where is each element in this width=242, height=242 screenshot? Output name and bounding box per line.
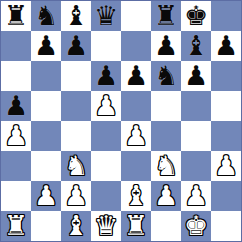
black-pawn[interactable]: ♟ xyxy=(154,31,178,61)
black-pawn[interactable]: ♟ xyxy=(64,31,88,61)
white-pawn[interactable]: ♟ xyxy=(4,121,28,151)
square-c4[interactable] xyxy=(61,121,91,151)
square-f8[interactable]: ♜ xyxy=(151,1,181,31)
square-d7[interactable] xyxy=(91,31,121,61)
white-knight[interactable]: ♞ xyxy=(64,151,88,181)
square-c7[interactable]: ♟ xyxy=(61,31,91,61)
white-rook[interactable]: ♜ xyxy=(4,211,28,241)
square-d6[interactable]: ♟ xyxy=(91,61,121,91)
square-f2[interactable]: ♟ xyxy=(151,181,181,211)
square-b4[interactable] xyxy=(31,121,61,151)
square-e2[interactable]: ♝ xyxy=(121,181,151,211)
square-e3[interactable] xyxy=(121,151,151,181)
square-f1[interactable] xyxy=(151,211,181,241)
square-h6[interactable] xyxy=(211,61,241,91)
square-b2[interactable]: ♟ xyxy=(31,181,61,211)
square-a6[interactable] xyxy=(1,61,31,91)
black-knight[interactable]: ♞ xyxy=(154,61,178,91)
square-h8[interactable] xyxy=(211,1,241,31)
square-h1[interactable] xyxy=(211,211,241,241)
black-bishop[interactable]: ♝ xyxy=(64,1,88,31)
square-a4[interactable]: ♟ xyxy=(1,121,31,151)
black-queen[interactable]: ♛ xyxy=(94,1,118,31)
square-b6[interactable] xyxy=(31,61,61,91)
black-rook[interactable]: ♜ xyxy=(154,1,178,31)
square-d5[interactable]: ♟ xyxy=(91,91,121,121)
square-e4[interactable]: ♟ xyxy=(121,121,151,151)
square-d8[interactable]: ♛ xyxy=(91,1,121,31)
square-g6[interactable]: ♟ xyxy=(181,61,211,91)
square-f4[interactable] xyxy=(151,121,181,151)
square-g1[interactable]: ♚ xyxy=(181,211,211,241)
square-c5[interactable] xyxy=(61,91,91,121)
square-h7[interactable]: ♟ xyxy=(211,31,241,61)
square-e1[interactable]: ♜ xyxy=(121,211,151,241)
black-king[interactable]: ♚ xyxy=(184,1,208,31)
black-pawn[interactable]: ♟ xyxy=(124,61,148,91)
square-d3[interactable] xyxy=(91,151,121,181)
black-bishop[interactable]: ♝ xyxy=(184,31,208,61)
square-d1[interactable]: ♛ xyxy=(91,211,121,241)
square-c1[interactable]: ♝ xyxy=(61,211,91,241)
black-pawn[interactable]: ♟ xyxy=(34,31,58,61)
square-g8[interactable]: ♚ xyxy=(181,1,211,31)
white-bishop[interactable]: ♝ xyxy=(124,181,148,211)
square-e7[interactable] xyxy=(121,31,151,61)
square-e6[interactable]: ♟ xyxy=(121,61,151,91)
square-a1[interactable]: ♜ xyxy=(1,211,31,241)
black-rook[interactable]: ♜ xyxy=(4,1,28,31)
square-f3[interactable]: ♞ xyxy=(151,151,181,181)
square-c6[interactable] xyxy=(61,61,91,91)
white-pawn[interactable]: ♟ xyxy=(34,181,58,211)
square-b1[interactable] xyxy=(31,211,61,241)
square-c2[interactable]: ♟ xyxy=(61,181,91,211)
white-knight[interactable]: ♞ xyxy=(154,151,178,181)
square-d4[interactable] xyxy=(91,121,121,151)
square-g5[interactable] xyxy=(181,91,211,121)
square-e5[interactable] xyxy=(121,91,151,121)
square-e8[interactable] xyxy=(121,1,151,31)
square-h5[interactable] xyxy=(211,91,241,121)
chess-board: ♜♞♝♛♜♚♟♟♟♝♟♟♟♞♟♟♟♟♟♞♞♟♟♟♝♟♟♜♝♛♜♚ xyxy=(0,0,242,242)
black-pawn[interactable]: ♟ xyxy=(214,31,238,61)
square-b5[interactable] xyxy=(31,91,61,121)
black-pawn[interactable]: ♟ xyxy=(184,61,208,91)
white-pawn[interactable]: ♟ xyxy=(64,181,88,211)
black-knight[interactable]: ♞ xyxy=(34,1,58,31)
square-c3[interactable]: ♞ xyxy=(61,151,91,181)
square-a2[interactable] xyxy=(1,181,31,211)
square-a5[interactable]: ♟ xyxy=(1,91,31,121)
square-h4[interactable] xyxy=(211,121,241,151)
square-b8[interactable]: ♞ xyxy=(31,1,61,31)
square-b7[interactable]: ♟ xyxy=(31,31,61,61)
square-g7[interactable]: ♝ xyxy=(181,31,211,61)
square-a7[interactable] xyxy=(1,31,31,61)
square-h3[interactable]: ♟ xyxy=(211,151,241,181)
white-pawn[interactable]: ♟ xyxy=(214,151,238,181)
white-king[interactable]: ♚ xyxy=(184,211,208,241)
square-g4[interactable] xyxy=(181,121,211,151)
square-g2[interactable]: ♟ xyxy=(181,181,211,211)
white-pawn[interactable]: ♟ xyxy=(184,181,208,211)
white-pawn[interactable]: ♟ xyxy=(124,121,148,151)
square-b3[interactable] xyxy=(31,151,61,181)
square-a8[interactable]: ♜ xyxy=(1,1,31,31)
white-pawn[interactable]: ♟ xyxy=(154,181,178,211)
square-c8[interactable]: ♝ xyxy=(61,1,91,31)
black-pawn[interactable]: ♟ xyxy=(4,91,28,121)
square-f5[interactable] xyxy=(151,91,181,121)
square-a3[interactable] xyxy=(1,151,31,181)
black-pawn[interactable]: ♟ xyxy=(94,61,118,91)
white-bishop[interactable]: ♝ xyxy=(64,211,88,241)
white-pawn[interactable]: ♟ xyxy=(94,91,118,121)
square-d2[interactable] xyxy=(91,181,121,211)
white-rook[interactable]: ♜ xyxy=(124,211,148,241)
square-f6[interactable]: ♞ xyxy=(151,61,181,91)
white-queen[interactable]: ♛ xyxy=(94,211,118,241)
square-f7[interactable]: ♟ xyxy=(151,31,181,61)
square-h2[interactable] xyxy=(211,181,241,211)
square-g3[interactable] xyxy=(181,151,211,181)
